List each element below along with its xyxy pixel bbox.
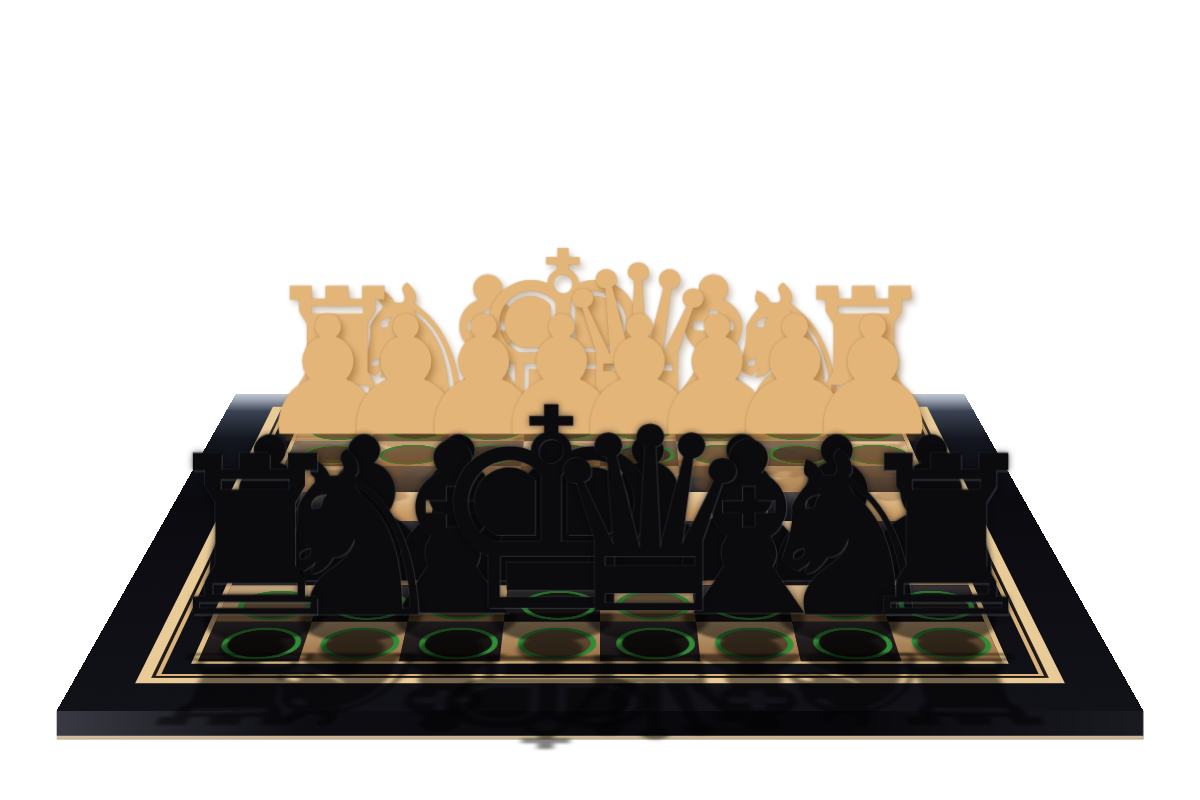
chess-board: ♜♜♞♞♝♝♚♚♛♛♝♝♞♞♜♜♟♟♟♟♟♟♟♟♟♟♟♟♟♟♟♟♟♟♟♟♟♟♟♟…	[57, 394, 1144, 711]
square-d8[interactable]: ♛♛	[600, 622, 700, 662]
square-a8[interactable]: ♜♜	[888, 622, 1002, 662]
piece-black-queen-d8[interactable]: ♛	[535, 401, 764, 644]
squares-grid: ♜♜♞♞♝♝♚♚♛♛♝♝♞♞♜♜♟♟♟♟♟♟♟♟♟♟♟♟♟♟♟♟♟♟♟♟♟♟♟♟…	[198, 418, 1002, 661]
board-front-edge	[57, 711, 1144, 740]
piece-black-rook-a8[interactable]: ♜	[847, 434, 1045, 644]
piece-black-rook-h8[interactable]: ♜	[156, 434, 354, 644]
camera-perspective: ♜♜♞♞♝♝♚♚♛♛♝♝♞♞♜♜♟♟♟♟♟♟♟♟♟♟♟♟♟♟♟♟♟♟♟♟♟♟♟♟…	[0, 0, 1200, 800]
chess-photo-scene: ♜♜♞♞♝♝♚♚♛♛♝♝♞♞♜♜♟♟♟♟♟♟♟♟♟♟♟♟♟♟♟♟♟♟♟♟♟♟♟♟…	[0, 0, 1200, 800]
square-h8[interactable]: ♜♜	[198, 622, 312, 662]
